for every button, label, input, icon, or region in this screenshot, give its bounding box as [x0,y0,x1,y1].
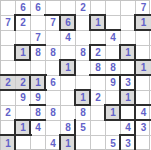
cell-r9-c6[interactable] [91,136,106,150]
region-border-segment [134,44,136,150]
cell-r3-c2[interactable]: 8 [31,46,46,61]
region-border-segment [89,14,91,31]
region-border-segment [119,74,121,121]
cell-r8-c2[interactable]: 4 [31,121,46,136]
region-border-segment [29,74,31,91]
region-border-segment [29,119,31,136]
region-border-segment [89,44,91,61]
cell-r1-c2[interactable] [31,16,46,31]
cell-r7-c5[interactable]: 8 [76,106,91,121]
region-border-segment [134,29,151,31]
region-border-segment [134,14,136,31]
region-border-segment [14,14,31,16]
region-border-segment [59,59,61,76]
region-border-segment [44,74,46,91]
cell-r2-c9[interactable] [136,31,151,46]
region-border-segment [59,134,61,150]
region-border-segment [0,74,47,76]
cell-r9-c2[interactable] [31,136,46,150]
cell-r0-c7[interactable] [106,1,121,16]
region-border-segment [14,14,16,31]
cell-r8-c5[interactable]: 5 [76,121,91,136]
cell-r1-c1[interactable]: 2 [16,16,31,31]
region-border-segment [29,104,46,106]
cell-r7-c3[interactable]: 8 [46,106,61,121]
region-border-segment [104,104,151,106]
region-border-segment [89,44,106,46]
cell-r5-c6[interactable] [91,76,106,91]
cell-r2-c3[interactable] [46,31,61,46]
region-border-segment [104,119,151,121]
region-border-segment [74,119,76,150]
region-border-segment [14,44,16,61]
cell-r5-c3[interactable]: 6 [46,76,61,91]
region-border-segment [59,14,61,31]
region-border-segment [29,44,31,61]
cell-r6-c3[interactable] [46,91,61,106]
region-border-segment [0,134,32,136]
region-border-segment [119,44,121,61]
cell-r9-c5[interactable] [76,136,91,150]
region-border-segment [104,104,106,121]
region-border-segment [0,89,47,91]
cell-r5-c9[interactable] [136,76,151,91]
cell-r6-c0[interactable] [1,91,16,106]
region-border-segment [89,89,91,106]
region-border-segment [74,89,76,106]
cell-r9-c9[interactable] [136,136,151,150]
fillomino-board: 6627727611744188821188122169399121288814… [0,0,150,150]
region-border-segment [74,14,76,31]
cell-r9-c1[interactable] [16,136,31,150]
region-border-segment [119,134,121,150]
region-border-segment [14,119,16,150]
cell-r2-c4[interactable]: 4 [61,31,76,46]
region-border-segment [104,14,106,31]
region-border-segment [74,59,76,76]
region-border-segment [134,14,151,16]
cell-r8-c9[interactable]: 3 [136,121,151,136]
cell-r8-c6[interactable] [91,121,106,136]
